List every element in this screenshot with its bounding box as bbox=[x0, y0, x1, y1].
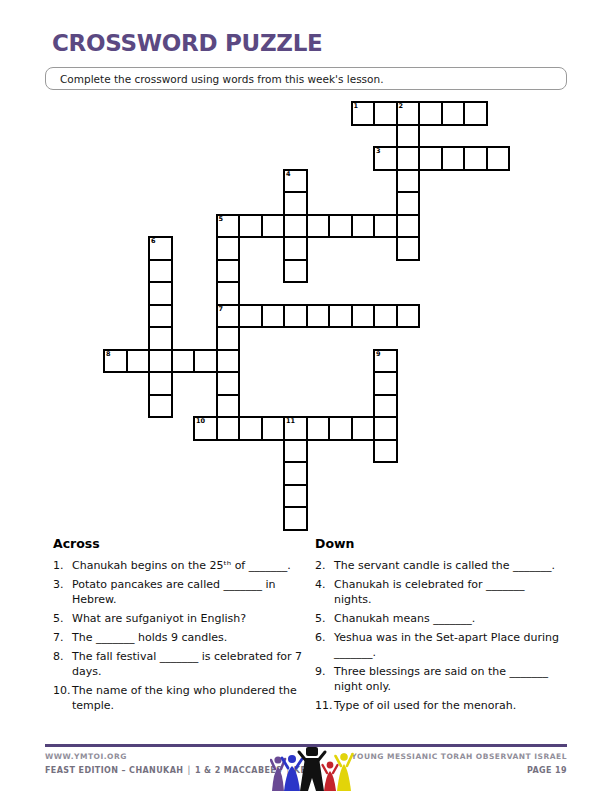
grid-cell-r10c10[interactable] bbox=[306, 304, 331, 329]
across-clue-5: 5.What are sufganiyot in English? bbox=[53, 611, 303, 626]
grid-cell-r15c7[interactable] bbox=[238, 416, 263, 441]
across-clue-8: 8.The fall festival _______ is celebrate… bbox=[53, 649, 303, 679]
grid-cell-r13c3[interactable] bbox=[148, 371, 173, 396]
clue-number-7: 7 bbox=[219, 306, 224, 313]
clue-number-2: 2 bbox=[399, 103, 404, 110]
grid-cell-r15c10[interactable] bbox=[306, 416, 331, 441]
grid-cell-r3c14[interactable] bbox=[396, 146, 421, 171]
grid-cell-r10c6[interactable]: 7 bbox=[216, 304, 241, 329]
grid-cell-r1c16[interactable] bbox=[441, 101, 466, 126]
grid-cell-r15c9[interactable]: 11 bbox=[283, 416, 308, 441]
down-clue-6: 6.Yeshua was in the Set-apart Place duri… bbox=[315, 630, 563, 660]
grid-cell-r12c1[interactable]: 8 bbox=[103, 349, 128, 374]
grid-cell-r13c6[interactable] bbox=[216, 371, 241, 396]
grid-cell-r16c13[interactable] bbox=[373, 439, 398, 464]
grid-cell-r3c13[interactable]: 3 bbox=[373, 146, 398, 171]
down-header: Down bbox=[315, 536, 563, 551]
grid-cell-r6c8[interactable] bbox=[261, 214, 286, 239]
grid-cell-r16c9[interactable] bbox=[283, 439, 308, 464]
grid-cell-r4c9[interactable]: 4 bbox=[283, 169, 308, 194]
grid-cell-r8c6[interactable] bbox=[216, 259, 241, 284]
down-clue-4: 4.Chanukah is celebrated for _______ nig… bbox=[315, 577, 563, 607]
dancing-figures-logo-icon bbox=[270, 747, 354, 791]
grid-cell-r11c6[interactable] bbox=[216, 326, 241, 351]
grid-cell-r17c9[interactable] bbox=[283, 461, 308, 486]
grid-cell-r15c8[interactable] bbox=[261, 416, 286, 441]
grid-cell-r10c13[interactable] bbox=[373, 304, 398, 329]
grid-cell-r9c3[interactable] bbox=[148, 281, 173, 306]
down-clue-9: 9.Three blessings are said on the ______… bbox=[315, 664, 563, 694]
grid-cell-r6c7[interactable] bbox=[238, 214, 263, 239]
grid-cell-r13c13[interactable] bbox=[373, 371, 398, 396]
clue-num-label: 5. bbox=[53, 611, 72, 626]
grid-cell-r12c13[interactable]: 9 bbox=[373, 349, 398, 374]
clue-text: The fall festival _______ is celebrated … bbox=[72, 649, 303, 679]
clue-num-label: 10. bbox=[53, 683, 72, 713]
across-header: Across bbox=[53, 536, 303, 551]
grid-cell-r7c9[interactable] bbox=[283, 236, 308, 261]
clue-number-1: 1 bbox=[354, 103, 359, 110]
clue-text: Three blessings are said on the _______ … bbox=[334, 664, 563, 694]
grid-cell-r8c3[interactable] bbox=[148, 259, 173, 284]
grid-cell-r12c6[interactable] bbox=[216, 349, 241, 374]
clue-text: The name of the king who plundered the t… bbox=[72, 683, 303, 713]
grid-cell-r3c17[interactable] bbox=[463, 146, 488, 171]
grid-cell-r2c14[interactable] bbox=[396, 124, 421, 149]
across-clue-7: 7.The _______ holds 9 candles. bbox=[53, 630, 303, 645]
down-clue-2: 2.The servant candle is called the _____… bbox=[315, 558, 563, 573]
footer-right: © YOUNG MESSIANIC TORAH OBSERVANT ISRAEL… bbox=[340, 752, 567, 775]
crossword-grid: 1234567891011 bbox=[103, 101, 512, 532]
grid-cell-r10c11[interactable] bbox=[328, 304, 353, 329]
across-clues: Across 1.Chanukah begins on the 25ᵗʰ of … bbox=[53, 536, 303, 717]
grid-cell-r1c14[interactable]: 2 bbox=[396, 101, 421, 126]
grid-cell-r15c12[interactable] bbox=[351, 416, 376, 441]
clue-number-9: 9 bbox=[376, 351, 381, 358]
grid-cell-r6c13[interactable] bbox=[373, 214, 398, 239]
grid-cell-r15c5[interactable]: 10 bbox=[193, 416, 218, 441]
grid-cell-r14c13[interactable] bbox=[373, 394, 398, 419]
down-list: 2.The servant candle is called the _____… bbox=[315, 558, 563, 713]
clue-num-label: 9. bbox=[315, 664, 334, 694]
grid-cell-r18c9[interactable] bbox=[283, 484, 308, 509]
grid-cell-r9c6[interactable] bbox=[216, 281, 241, 306]
grid-cell-r12c3[interactable] bbox=[148, 349, 173, 374]
clue-num-label: 1. bbox=[53, 558, 72, 573]
clue-number-11: 11 bbox=[286, 418, 295, 425]
grid-cell-r6c10[interactable] bbox=[306, 214, 331, 239]
clue-text: Type of oil used for the menorah. bbox=[334, 698, 563, 713]
down-clue-11: 11.Type of oil used for the menorah. bbox=[315, 698, 563, 713]
across-clue-3: 3.Potato pancakes are called _______ in … bbox=[53, 577, 303, 607]
grid-cell-r5c9[interactable] bbox=[283, 191, 308, 216]
grid-cell-r3c18[interactable] bbox=[486, 146, 511, 171]
grid-cell-r1c17[interactable] bbox=[463, 101, 488, 126]
grid-cell-r6c9[interactable] bbox=[283, 214, 308, 239]
grid-cell-r15c13[interactable] bbox=[373, 416, 398, 441]
grid-cell-r14c3[interactable] bbox=[148, 394, 173, 419]
across-clue-10: 10.The name of the king who plundered th… bbox=[53, 683, 303, 713]
grid-cell-r1c13[interactable] bbox=[373, 101, 398, 126]
grid-cell-r8c9[interactable] bbox=[283, 259, 308, 284]
grid-cell-r7c3[interactable]: 6 bbox=[148, 236, 173, 261]
grid-cell-r7c6[interactable] bbox=[216, 236, 241, 261]
down-clues: Down 2.The servant candle is called the … bbox=[315, 536, 563, 717]
grid-cell-r10c14[interactable] bbox=[396, 304, 421, 329]
grid-cell-r19c9[interactable] bbox=[283, 506, 308, 531]
clue-number-3: 3 bbox=[376, 148, 381, 155]
grid-cell-r10c7[interactable] bbox=[238, 304, 263, 329]
grid-cell-r10c9[interactable] bbox=[283, 304, 308, 329]
down-clue-5: 5.Chanukah means _______. bbox=[315, 611, 563, 626]
grid-cell-r6c14[interactable] bbox=[396, 214, 421, 239]
instruction-text: Complete the crossword using words from … bbox=[60, 73, 384, 85]
grid-cell-r12c4[interactable] bbox=[171, 349, 196, 374]
grid-cell-r15c6[interactable] bbox=[216, 416, 241, 441]
across-clue-1: 1.Chanukah begins on the 25ᵗʰ of _______… bbox=[53, 558, 303, 573]
grid-cell-r7c14[interactable] bbox=[396, 236, 421, 261]
grid-cell-r6c12[interactable] bbox=[351, 214, 376, 239]
clue-text: The _______ holds 9 candles. bbox=[72, 630, 303, 645]
clue-text: Chanukah begins on the 25ᵗʰ of _______. bbox=[72, 558, 303, 573]
page-title: CROSSWORD PUZZLE bbox=[52, 30, 322, 56]
clue-num-label: 11. bbox=[315, 698, 334, 713]
clue-num-label: 3. bbox=[53, 577, 72, 607]
clue-number-8: 8 bbox=[106, 351, 111, 358]
grid-cell-r15c11[interactable] bbox=[328, 416, 353, 441]
grid-cell-r11c3[interactable] bbox=[148, 326, 173, 351]
grid-cell-r10c12[interactable] bbox=[351, 304, 376, 329]
grid-cell-r12c2[interactable] bbox=[126, 349, 151, 374]
grid-cell-r14c6[interactable] bbox=[216, 394, 241, 419]
across-list: 1.Chanukah begins on the 25ᵗʰ of _______… bbox=[53, 558, 303, 713]
footer-page-number: PAGE 19 bbox=[340, 766, 567, 775]
grid-cell-r3c15[interactable] bbox=[418, 146, 443, 171]
clue-number-10: 10 bbox=[196, 418, 205, 425]
clue-number-4: 4 bbox=[286, 171, 291, 178]
clue-text: Chanukah means _______. bbox=[334, 611, 563, 626]
grid-cell-r3c16[interactable] bbox=[441, 146, 466, 171]
clue-text: Yeshua was in the Set-apart Place during… bbox=[334, 630, 563, 660]
clue-text: Chanukah is celebrated for _______ night… bbox=[334, 577, 563, 607]
footer-copyright: © YOUNG MESSIANIC TORAH OBSERVANT ISRAEL bbox=[340, 752, 567, 761]
grid-cell-r12c5[interactable] bbox=[193, 349, 218, 374]
clue-text: Potato pancakes are called _______ in He… bbox=[72, 577, 303, 607]
clue-text: The servant candle is called the _______… bbox=[334, 558, 563, 573]
clue-number-5: 5 bbox=[219, 216, 224, 223]
clue-number-6: 6 bbox=[151, 238, 156, 245]
instruction-box: Complete the crossword using words from … bbox=[45, 67, 567, 90]
grid-cell-r1c15[interactable] bbox=[418, 101, 443, 126]
grid-cell-r4c14[interactable] bbox=[396, 169, 421, 194]
grid-cell-r5c14[interactable] bbox=[396, 191, 421, 216]
grid-cell-r6c11[interactable] bbox=[328, 214, 353, 239]
grid-cell-r6c6[interactable]: 5 bbox=[216, 214, 241, 239]
clue-text: What are sufganiyot in English? bbox=[72, 611, 303, 626]
grid-cell-r10c3[interactable] bbox=[148, 304, 173, 329]
grid-cell-r1c12[interactable]: 1 bbox=[351, 101, 376, 126]
clue-num-label: 8. bbox=[53, 649, 72, 679]
clue-num-label: 2. bbox=[315, 558, 334, 573]
clue-num-label: 6. bbox=[315, 630, 334, 660]
clue-num-label: 7. bbox=[53, 630, 72, 645]
grid-cell-r10c8[interactable] bbox=[261, 304, 286, 329]
clue-num-label: 5. bbox=[315, 611, 334, 626]
clue-num-label: 4. bbox=[315, 577, 334, 607]
worksheet-page: CROSSWORD PUZZLE Complete the crossword … bbox=[0, 0, 612, 792]
